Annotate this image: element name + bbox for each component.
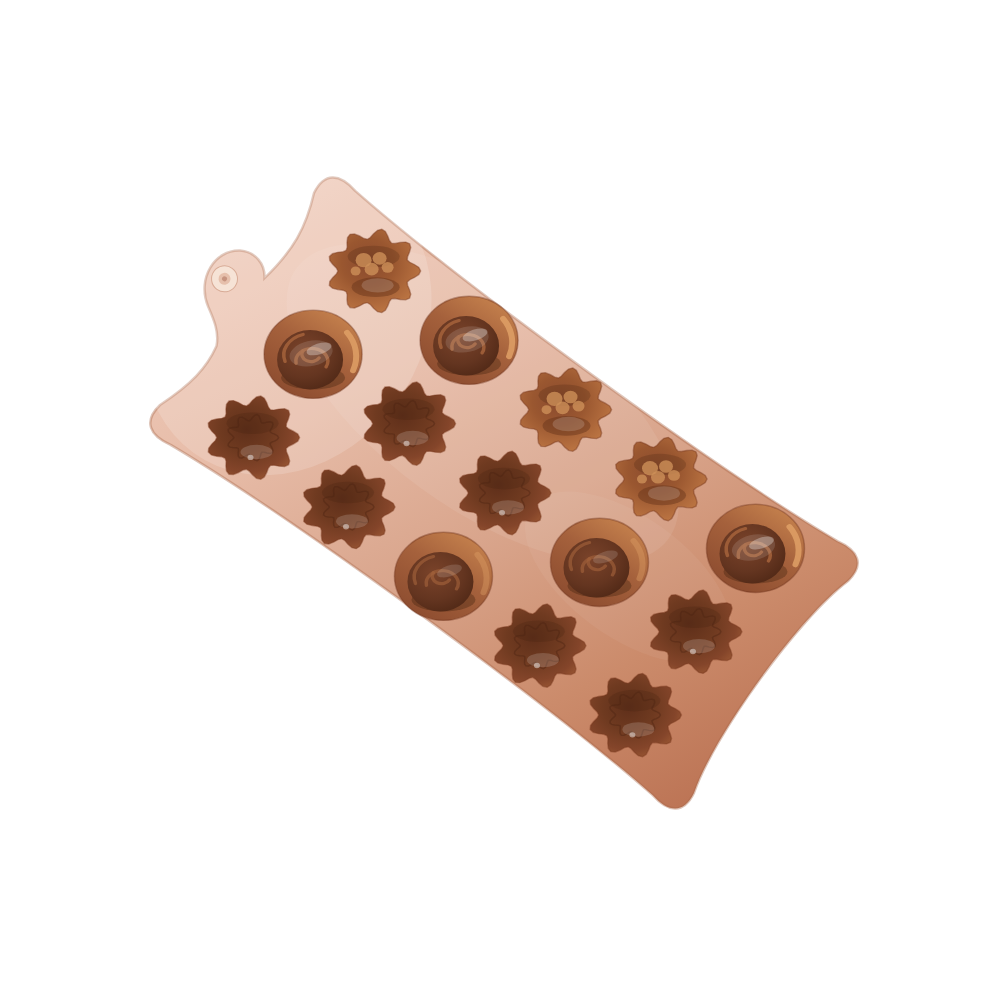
blossom-bump: [365, 263, 379, 276]
flower-specular: [241, 445, 273, 459]
chocolate-mold-illustration: [0, 0, 1000, 1000]
rose-relief: [563, 538, 629, 597]
blossom-bump: [382, 262, 394, 273]
blossom-bump: [668, 470, 680, 481]
flower-specular: [492, 500, 524, 514]
flower-specular: [336, 514, 368, 528]
flower-glint: [499, 510, 505, 515]
flower-glint: [343, 524, 349, 529]
blossom-bump: [573, 401, 585, 412]
blossom-bump: [542, 405, 552, 414]
flower-specular: [362, 278, 394, 292]
rose-relief: [407, 552, 473, 611]
blossom-bump: [351, 266, 361, 275]
blossom-bump: [556, 402, 570, 415]
flower-specular: [648, 486, 680, 500]
flower-glint: [248, 455, 254, 460]
flower-specular: [622, 722, 654, 736]
flower-specular: [683, 639, 715, 653]
cavity-rose-c1r0: [420, 296, 518, 384]
flower-specular: [553, 417, 585, 431]
flower-glint: [690, 649, 696, 654]
flower-glint: [629, 732, 635, 737]
cavity-rose-c0r1: [264, 310, 362, 398]
cavity-rose-c3r1: [550, 518, 648, 606]
flower-specular: [397, 431, 429, 445]
flower-glint: [404, 441, 410, 446]
blossom-bump: [637, 475, 647, 484]
chocolate-mold: [74, 114, 872, 822]
cavity-rose-c4r0: [706, 504, 804, 592]
cavity-rose-c2r2: [394, 532, 492, 620]
blossom-bump: [651, 471, 665, 484]
flower-specular: [527, 653, 559, 667]
flower-glint: [534, 663, 540, 668]
product-photo: [0, 0, 1000, 1000]
